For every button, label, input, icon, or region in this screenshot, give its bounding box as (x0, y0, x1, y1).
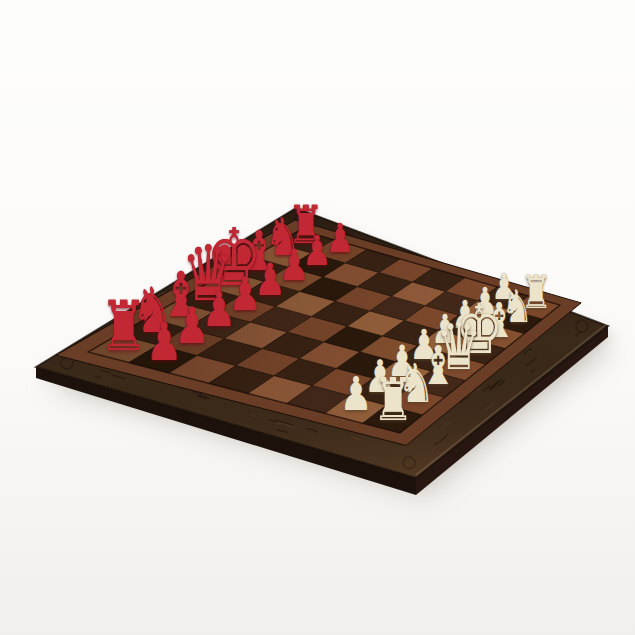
piece-ivory-pawn: ♟ (452, 296, 479, 335)
piece-ivory-knight: ♞ (502, 285, 533, 330)
piece-red-pawn: ♟ (202, 286, 236, 334)
piece-ivory-pawn: ♟ (340, 371, 373, 418)
piece-red-pawn: ♟ (279, 244, 309, 287)
piece-red-pawn: ♟ (145, 316, 182, 368)
piece-ivory-pawn: ♟ (431, 310, 459, 350)
piece-red-knight: ♞ (131, 279, 175, 342)
piece-red-queen: ♛ (181, 236, 235, 313)
piece-red-knight: ♞ (264, 212, 300, 264)
piece-red-bishop: ♝ (239, 224, 278, 279)
piece-red-rook: ♜ (99, 291, 147, 360)
piece-ivory-king: ♚ (455, 295, 503, 363)
piece-ivory-rook: ♜ (520, 270, 552, 315)
piece-red-pawn: ♟ (174, 301, 209, 351)
piece-red-pawn: ♟ (303, 231, 332, 272)
piece-ivory-queen: ♛ (436, 313, 482, 379)
piece-red-pawn: ♟ (229, 271, 261, 317)
piece-ivory-pawn: ♟ (410, 324, 439, 366)
piece-ivory-pawn: ♟ (491, 269, 516, 305)
piece-red-pawn: ♟ (326, 219, 354, 259)
piece-ivory-bishop: ♝ (482, 297, 515, 345)
piece-ivory-pawn: ♟ (364, 355, 395, 400)
piece-ivory-knight: ♞ (397, 357, 435, 411)
piece-red-pawn: ♟ (254, 257, 285, 302)
chess-set-photo: ♜♞♝♛♚♝♞♜♟♟♟♟♟♟♟♟♟♟♟♟♟♟♟♟♜♞♝♛♚♝♞♜ (0, 0, 635, 635)
piece-red-king: ♚ (206, 218, 262, 298)
piece-ivory-pawn: ♟ (387, 339, 417, 382)
piece-ivory-bishop: ♝ (419, 340, 456, 393)
piece-ivory-rook: ♜ (373, 371, 414, 430)
piece-ivory-pawn: ♟ (472, 282, 498, 319)
piece-red-bishop: ♝ (159, 264, 202, 326)
piece-red-rook: ♜ (287, 198, 324, 251)
pieces-layer: ♜♞♝♛♚♝♞♜♟♟♟♟♟♟♟♟♟♟♟♟♟♟♟♟♜♞♝♛♚♝♞♜ (0, 0, 635, 635)
